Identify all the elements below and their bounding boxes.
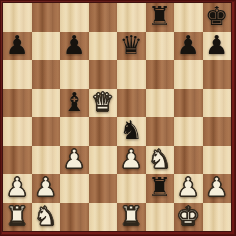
black-pawn-piece[interactable]: ♟ — [6, 32, 29, 58]
white-pawn-piece[interactable]: ♟ — [205, 174, 228, 200]
square-a3[interactable] — [3, 146, 32, 175]
square-e4[interactable]: ♞ — [117, 117, 146, 146]
square-a5[interactable] — [3, 89, 32, 118]
square-c2[interactable] — [60, 174, 89, 203]
square-f2[interactable]: ♜ — [146, 174, 175, 203]
square-e8[interactable] — [117, 3, 146, 32]
square-d6[interactable] — [89, 60, 118, 89]
square-h3[interactable] — [203, 146, 232, 175]
square-h6[interactable] — [203, 60, 232, 89]
square-b3[interactable] — [32, 146, 61, 175]
square-b2[interactable]: ♟ — [32, 174, 61, 203]
square-h7[interactable]: ♟ — [203, 32, 232, 61]
black-king-piece[interactable]: ♚ — [205, 3, 228, 29]
square-e6[interactable] — [117, 60, 146, 89]
square-c8[interactable] — [60, 3, 89, 32]
white-pawn-piece[interactable]: ♟ — [6, 174, 29, 200]
square-a6[interactable] — [3, 60, 32, 89]
square-b8[interactable] — [32, 3, 61, 32]
square-f7[interactable] — [146, 32, 175, 61]
square-c4[interactable] — [60, 117, 89, 146]
square-f1[interactable] — [146, 203, 175, 232]
square-d3[interactable] — [89, 146, 118, 175]
square-e2[interactable] — [117, 174, 146, 203]
square-b4[interactable] — [32, 117, 61, 146]
white-pawn-piece[interactable]: ♟ — [177, 174, 200, 200]
square-a8[interactable] — [3, 3, 32, 32]
square-c3[interactable]: ♟ — [60, 146, 89, 175]
square-a4[interactable] — [3, 117, 32, 146]
square-h1[interactable] — [203, 203, 232, 232]
black-pawn-piece[interactable]: ♟ — [63, 32, 86, 58]
square-h5[interactable] — [203, 89, 232, 118]
square-f5[interactable] — [146, 89, 175, 118]
square-a2[interactable]: ♟ — [3, 174, 32, 203]
white-king-piece[interactable]: ♚ — [177, 203, 200, 229]
square-b6[interactable] — [32, 60, 61, 89]
square-d5[interactable]: ♛ — [89, 89, 118, 118]
white-knight-piece[interactable]: ♞ — [148, 146, 171, 172]
square-e1[interactable]: ♜ — [117, 203, 146, 232]
square-h2[interactable]: ♟ — [203, 174, 232, 203]
square-a7[interactable]: ♟ — [3, 32, 32, 61]
square-f4[interactable] — [146, 117, 175, 146]
square-d7[interactable] — [89, 32, 118, 61]
square-g2[interactable]: ♟ — [174, 174, 203, 203]
square-f3[interactable]: ♞ — [146, 146, 175, 175]
square-g4[interactable] — [174, 117, 203, 146]
chess-board: ♜♚♟♟♛♟♟♝♛♞♟♟♞♟♟♜♟♟♜♞♜♚ — [3, 3, 231, 231]
square-f6[interactable] — [146, 60, 175, 89]
square-c7[interactable]: ♟ — [60, 32, 89, 61]
square-b5[interactable] — [32, 89, 61, 118]
board-frame: ♜♚♟♟♛♟♟♝♛♞♟♟♞♟♟♜♟♟♜♞♜♚ — [0, 0, 236, 236]
white-rook-piece[interactable]: ♜ — [6, 203, 29, 229]
white-queen-piece[interactable]: ♛ — [91, 89, 114, 115]
square-g6[interactable] — [174, 60, 203, 89]
black-rook-piece[interactable]: ♜ — [148, 3, 171, 29]
square-h8[interactable]: ♚ — [203, 3, 232, 32]
square-f8[interactable]: ♜ — [146, 3, 175, 32]
black-bishop-piece[interactable]: ♝ — [63, 89, 86, 115]
square-g8[interactable] — [174, 3, 203, 32]
square-e3[interactable]: ♟ — [117, 146, 146, 175]
black-pawn-piece[interactable]: ♟ — [205, 32, 228, 58]
square-c6[interactable] — [60, 60, 89, 89]
square-g1[interactable]: ♚ — [174, 203, 203, 232]
black-queen-piece[interactable]: ♛ — [120, 32, 143, 58]
square-c1[interactable] — [60, 203, 89, 232]
square-d4[interactable] — [89, 117, 118, 146]
square-d1[interactable] — [89, 203, 118, 232]
black-knight-piece[interactable]: ♞ — [120, 117, 143, 143]
square-a1[interactable]: ♜ — [3, 203, 32, 232]
white-knight-piece[interactable]: ♞ — [34, 203, 57, 229]
white-pawn-piece[interactable]: ♟ — [63, 146, 86, 172]
square-b7[interactable] — [32, 32, 61, 61]
square-e7[interactable]: ♛ — [117, 32, 146, 61]
square-g3[interactable] — [174, 146, 203, 175]
square-d8[interactable] — [89, 3, 118, 32]
square-d2[interactable] — [89, 174, 118, 203]
square-b1[interactable]: ♞ — [32, 203, 61, 232]
white-rook-piece[interactable]: ♜ — [120, 203, 143, 229]
square-h4[interactable] — [203, 117, 232, 146]
white-pawn-piece[interactable]: ♟ — [34, 174, 57, 200]
square-e5[interactable] — [117, 89, 146, 118]
square-g5[interactable] — [174, 89, 203, 118]
black-pawn-piece[interactable]: ♟ — [177, 32, 200, 58]
white-pawn-piece[interactable]: ♟ — [120, 146, 143, 172]
black-rook-piece[interactable]: ♜ — [148, 174, 171, 200]
square-c5[interactable]: ♝ — [60, 89, 89, 118]
square-g7[interactable]: ♟ — [174, 32, 203, 61]
